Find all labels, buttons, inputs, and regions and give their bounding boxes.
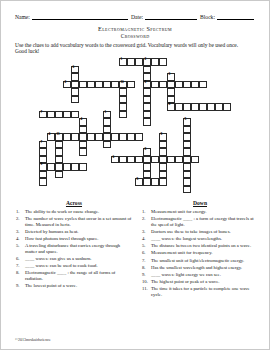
grid-cell[interactable]: [151, 156, 159, 164]
grid-cell[interactable]: 7: [39, 141, 47, 149]
grid-cell[interactable]: [119, 88, 127, 96]
grid-cell[interactable]: [47, 111, 55, 119]
down-clue-list: 1.Measurement unit for energy.2.Electrom…: [142, 209, 258, 297]
title-block: Electromagnetic Spectrum Crossword: [1, 26, 269, 39]
clues-section: Across 1.The ability to do work or cause…: [16, 200, 258, 299]
clue-item-number: 10.: [142, 279, 151, 284]
clue-item-text: The distance between two identical point…: [151, 243, 258, 248]
clue-number: 10: [120, 81, 123, 84]
clue-item-text: Detected by humans as heat.: [25, 229, 132, 234]
clue-item-number: 9.: [16, 283, 25, 288]
clue-item-number: 7.: [142, 258, 151, 263]
grid-cell[interactable]: [55, 171, 63, 179]
clue-item-text: Measurement unit for energy.: [151, 209, 258, 214]
clue-number: 8: [168, 103, 170, 106]
clue-item-number: 1.: [142, 209, 151, 214]
grid-cell[interactable]: [71, 133, 79, 141]
clue-item-text: The time it takes for a particle to comp…: [151, 286, 258, 297]
grid-cell[interactable]: [79, 163, 87, 171]
clue-number: 6: [72, 66, 74, 69]
grid-cell[interactable]: [183, 103, 191, 111]
grid-cell[interactable]: [167, 88, 175, 96]
date-label: Date:: [131, 14, 143, 20]
grid-cell[interactable]: [183, 186, 191, 194]
clue-item: 6.____ waves: can give us a sunburn.: [16, 256, 132, 261]
grid-cell[interactable]: [103, 141, 111, 149]
grid-cell[interactable]: [55, 111, 63, 119]
grid-cell[interactable]: [183, 171, 191, 179]
clue-item-text: The highest point or peak of a wave.: [151, 279, 258, 284]
grid-cell[interactable]: [191, 81, 199, 89]
clue-item: 10.The highest point or peak of a wave.: [142, 279, 258, 284]
block-field[interactable]: [217, 14, 254, 20]
grid-cell[interactable]: [63, 163, 71, 171]
clue-number: 3: [144, 81, 146, 84]
clue-item-number: 4.: [142, 236, 151, 241]
grid-cell[interactable]: [159, 156, 167, 164]
clue-item: 9.____ waves: light energy we can see.: [142, 272, 258, 277]
grid-cell[interactable]: [151, 178, 159, 186]
clue-item-number: 9.: [142, 272, 151, 277]
clue-item: 7.____ waves: can be used to cook food.: [16, 263, 132, 268]
grid-cell[interactable]: [143, 156, 151, 164]
grid-cell[interactable]: [71, 163, 79, 171]
grid-cell[interactable]: [103, 81, 111, 89]
grid-cell[interactable]: 2: [63, 81, 71, 89]
clue-number: 2: [64, 81, 66, 84]
grid-cell[interactable]: 9: [159, 133, 167, 141]
across-heading: Across: [16, 200, 132, 206]
grid-cell[interactable]: [183, 81, 191, 89]
clue-item: 6.Measurement unit for frequency.: [142, 250, 258, 255]
grid-cell[interactable]: [135, 156, 143, 164]
clue-item: 7.The smallest unit of light/electromagn…: [142, 258, 258, 263]
grid-cell[interactable]: [135, 133, 143, 141]
grid-cell[interactable]: [127, 58, 135, 66]
clue-item: 3.Doctors use these to take images of bo…: [142, 229, 258, 234]
grid-cell[interactable]: [199, 103, 207, 111]
grid-cell[interactable]: [111, 81, 119, 89]
clue-number: 2: [144, 58, 146, 61]
clue-item-text: ____ waves: the longest wavelengths.: [151, 236, 258, 241]
grid-cell[interactable]: [103, 133, 111, 141]
grid-cell[interactable]: [79, 133, 87, 141]
grid-cell[interactable]: [143, 88, 151, 96]
clue-item-text: How fast photons travel through space.: [25, 236, 132, 241]
grid-cell[interactable]: [143, 178, 151, 186]
clue-item-text: The lowest point of a wave.: [25, 283, 132, 288]
crossword-grid: 1263210387145411978695: [39, 58, 233, 194]
grid-cell[interactable]: [119, 111, 127, 119]
clue-item-number: 7.: [16, 263, 25, 268]
grid-cell[interactable]: [71, 81, 79, 89]
grid-cell[interactable]: [39, 148, 47, 156]
grid-cell[interactable]: [103, 126, 111, 134]
good-luck-text: Good luck!: [15, 48, 39, 54]
grid-cell[interactable]: [87, 81, 95, 89]
grid-cell[interactable]: [167, 156, 175, 164]
grid-cell[interactable]: [183, 156, 191, 164]
grid-cell[interactable]: [143, 103, 151, 111]
grid-cell[interactable]: [215, 103, 223, 111]
clue-item: 2.The number of wave cycles that occur i…: [16, 216, 132, 227]
grid-cell[interactable]: [183, 148, 191, 156]
clue-item-number: 8.: [16, 270, 25, 281]
clue-number: 7: [40, 141, 42, 144]
grid-cell[interactable]: [103, 118, 111, 126]
name-label: Name:: [15, 14, 30, 20]
clue-item-number: 8.: [142, 265, 151, 270]
clue-item-text: The number of wave cycles that occur in …: [25, 216, 132, 227]
grid-cell[interactable]: [71, 88, 79, 96]
clue-number: 9: [160, 133, 162, 136]
grid-cell[interactable]: [71, 96, 79, 104]
grid-cell[interactable]: [55, 156, 63, 164]
grid-cell[interactable]: 7: [39, 111, 47, 119]
grid-cell[interactable]: [55, 163, 63, 171]
clue-item-number: 3.: [16, 229, 25, 234]
date-field[interactable]: [145, 14, 197, 20]
grid-cell[interactable]: [199, 81, 207, 89]
clue-item-number: 3.: [142, 229, 151, 234]
grid-cell[interactable]: [143, 66, 151, 74]
clue-number: 8: [144, 148, 146, 151]
grid-cell[interactable]: 8: [167, 103, 175, 111]
grid-cell[interactable]: 6: [111, 156, 119, 164]
grid-cell[interactable]: 4: [79, 118, 87, 126]
clue-item-text: Doctors use these to take images of bone…: [151, 229, 258, 234]
grid-cell[interactable]: [159, 163, 167, 171]
grid-cell[interactable]: 5: [135, 178, 143, 186]
grid-cell[interactable]: [159, 81, 167, 89]
grid-cell[interactable]: [207, 103, 215, 111]
clue-item-number: 6.: [142, 250, 151, 255]
grid-cell[interactable]: [175, 156, 183, 164]
grid-cell[interactable]: [71, 111, 79, 119]
clue-item-number: 6.: [16, 256, 25, 261]
clue-number: 4: [80, 118, 82, 121]
grid-cell[interactable]: [151, 58, 159, 66]
grid-cell[interactable]: [183, 126, 191, 134]
block-label: Block:: [200, 14, 215, 20]
grid-cell[interactable]: [175, 103, 183, 111]
instructions-text: Use the clues to add vocabulary words to…: [15, 42, 238, 48]
clue-item-number: 1.: [16, 209, 25, 214]
header-line: Name: Date: Block:: [15, 14, 257, 20]
clue-number: 7: [40, 111, 42, 114]
instructions: Use the clues to add vocabulary words to…: [15, 42, 261, 55]
across-clues-column: Across 1.The ability to do work or cause…: [16, 200, 132, 299]
grid-cell[interactable]: [159, 148, 167, 156]
clue-item-text: ____ waves: can be used to cook food.: [25, 263, 132, 268]
grid-cell[interactable]: [79, 81, 87, 89]
grid-cell[interactable]: [63, 111, 71, 119]
worksheet-title: Electromagnetic Spectrum: [1, 26, 269, 33]
grid-cell[interactable]: [191, 156, 199, 164]
clue-item: 4.How fast photons travel through space.: [16, 236, 132, 241]
grid-cell[interactable]: 5: [183, 118, 191, 126]
grid-cell[interactable]: [183, 163, 191, 171]
grid-cell[interactable]: [87, 133, 95, 141]
grid-cell[interactable]: 2: [143, 58, 151, 66]
grid-cell[interactable]: [55, 148, 63, 156]
clue-number: 3: [168, 73, 170, 76]
clue-number: 5: [184, 118, 186, 121]
grid-cell[interactable]: 8: [143, 148, 151, 156]
worksheet-subtitle: Crossword: [1, 33, 269, 39]
grid-cell[interactable]: 10: [119, 81, 127, 89]
grid-cell[interactable]: [143, 96, 151, 104]
name-field[interactable]: [32, 14, 128, 20]
grid-cell[interactable]: [127, 156, 135, 164]
clue-item: 8.Electromagnetic ____ : the range of al…: [16, 270, 132, 281]
clue-number: 11: [56, 133, 59, 136]
grid-cell[interactable]: [111, 133, 119, 141]
clue-number: 5: [136, 178, 138, 181]
clue-item: 8.Has the smallest wavelength and highes…: [142, 265, 258, 270]
grid-cell[interactable]: [47, 163, 55, 171]
grid-cell[interactable]: [135, 58, 143, 66]
grid-cell[interactable]: 9: [39, 163, 47, 171]
clue-item-text: The smallest unit of light/electromagnet…: [151, 258, 258, 263]
clue-item: 5.A traveling disturbance that carries e…: [16, 243, 132, 254]
clue-item-text: Electromagnetic ____ : a form of energy …: [151, 216, 258, 227]
clue-item: 9.The lowest point of a wave.: [16, 283, 132, 288]
worksheet-page: Name: Date: Block: Electromagnetic Spect…: [0, 0, 270, 350]
clue-number: 9: [40, 163, 42, 166]
grid-cell[interactable]: [79, 126, 87, 134]
clue-number: 4: [48, 133, 50, 136]
clue-item: 1.Measurement unit for energy.: [142, 209, 258, 214]
grid-cell[interactable]: [223, 103, 231, 111]
clue-item: 3.Detected by humans as heat.: [16, 229, 132, 234]
grid-cell[interactable]: [159, 171, 167, 179]
grid-cell[interactable]: [39, 171, 47, 179]
grid-cell[interactable]: [119, 133, 127, 141]
clue-item-text: Electromagnetic ____ : the range of all …: [25, 270, 132, 281]
grid-cell[interactable]: [143, 111, 151, 119]
grid-cell[interactable]: 1: [119, 58, 127, 66]
grid-cell[interactable]: 6: [71, 66, 79, 74]
clue-item-number: 5.: [142, 243, 151, 248]
grid-cell[interactable]: 11: [55, 133, 63, 141]
clue-item-text: ____ waves: light energy we can see.: [151, 272, 258, 277]
clue-item: 1.The ability to do work or cause change…: [16, 209, 132, 214]
grid-cell[interactable]: [159, 141, 167, 149]
grid-cell[interactable]: [159, 58, 167, 66]
grid-cell[interactable]: [119, 156, 127, 164]
grid-cell[interactable]: [151, 81, 159, 89]
clue-item-number: 5.: [16, 243, 25, 254]
clue-item: 4.____ waves: the longest wavelengths.: [142, 236, 258, 241]
clue-item-number: 11.: [142, 286, 151, 297]
grid-cell[interactable]: [127, 81, 135, 89]
grid-cell[interactable]: [63, 133, 71, 141]
copyright: ©2013mrskaidscience: [15, 337, 51, 342]
grid-cell[interactable]: [39, 178, 47, 186]
clue-item-number: 2.: [142, 216, 151, 227]
grid-cell[interactable]: [143, 171, 151, 179]
clue-item-number: 4.: [16, 236, 25, 241]
clue-item-number: 2.: [16, 216, 25, 227]
clue-item: 2.Electromagnetic ____ : a form of energ…: [142, 216, 258, 227]
clue-number: 1: [104, 111, 106, 114]
clue-item: 5.The distance between two identical poi…: [142, 243, 258, 248]
grid-cell[interactable]: [183, 178, 191, 186]
grid-cell[interactable]: [55, 141, 63, 149]
grid-cell[interactable]: [183, 141, 191, 149]
grid-cell[interactable]: [159, 178, 167, 186]
grid-cell[interactable]: [143, 163, 151, 171]
grid-cell[interactable]: [79, 148, 87, 156]
grid-cell[interactable]: 1: [103, 111, 111, 119]
clue-item-text: Has the smallest wavelength and highest …: [151, 265, 258, 270]
grid-cell[interactable]: [183, 133, 191, 141]
clue-number: 6: [112, 156, 114, 159]
down-clues-column: Down 1.Measurement unit for energy.2.Ele…: [142, 200, 258, 299]
clue-item-text: The ability to do work or cause change.: [25, 209, 132, 214]
grid-cell[interactable]: [143, 118, 151, 126]
grid-cell[interactable]: [79, 141, 87, 149]
grid-cell[interactable]: 4: [47, 133, 55, 141]
grid-cell[interactable]: 3: [143, 81, 151, 89]
clue-item-text: Measurement unit for frequency.: [151, 250, 258, 255]
clue-item-text: A traveling disturbance that carries ene…: [25, 243, 132, 254]
across-clue-list: 1.The ability to do work or cause change…: [16, 209, 132, 288]
grid-cell[interactable]: [119, 103, 127, 111]
clue-item-text: ____ waves: can give us a sunburn.: [25, 256, 132, 261]
grid-cell[interactable]: [167, 81, 175, 89]
grid-cell[interactable]: [95, 81, 103, 89]
clue-number: 1: [120, 58, 122, 61]
grid-cell[interactable]: [71, 73, 79, 81]
grid-cell[interactable]: [191, 103, 199, 111]
grid-cell[interactable]: [119, 96, 127, 104]
grid-cell[interactable]: [175, 81, 183, 89]
grid-cell[interactable]: 3: [167, 73, 175, 81]
clue-item: 11.The time it takes for a particle to c…: [142, 286, 258, 297]
grid-cell[interactable]: [95, 133, 103, 141]
down-heading: Down: [142, 200, 258, 206]
grid-cell[interactable]: [127, 133, 135, 141]
